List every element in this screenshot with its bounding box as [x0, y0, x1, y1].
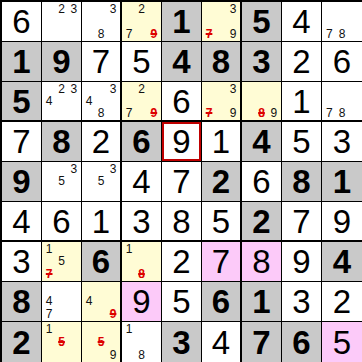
- cell-r7c7[interactable]: 8: [242, 242, 282, 282]
- cell-r3c2[interactable]: 234: [42, 82, 82, 122]
- sudoku-board: 6233827913795478197548326523434827963798…: [0, 0, 362, 362]
- cell-r2c7[interactable]: 3: [242, 42, 282, 82]
- cell-r5c6[interactable]: 2: [202, 162, 242, 202]
- candidate-grid: 18: [122, 322, 161, 362]
- solved-digit-7: 7: [92, 45, 110, 78]
- candidate-grid: 38: [82, 2, 120, 41]
- cell-r5c8[interactable]: 8: [282, 162, 322, 202]
- cell-r3c5[interactable]: 6: [162, 82, 202, 122]
- candidate-grid: 234: [42, 82, 81, 120]
- cell-r5c9[interactable]: 1: [322, 162, 362, 202]
- struck-candidate-9: 9: [148, 107, 160, 119]
- given-digit-2: 2: [252, 205, 270, 238]
- solved-digit-4: 4: [212, 326, 230, 359]
- candidate-3: 3: [227, 3, 239, 15]
- solved-digit-9: 9: [172, 125, 190, 158]
- candidate-9: 9: [227, 28, 239, 40]
- solved-digit-3: 3: [333, 125, 351, 158]
- solved-digit-6: 6: [252, 165, 270, 198]
- solved-digit-9: 9: [292, 245, 310, 278]
- cell-r5c4[interactable]: 4: [122, 162, 162, 202]
- candidate-3: 3: [68, 163, 80, 175]
- candidate-grid: 78: [322, 82, 362, 120]
- cell-r6c6[interactable]: 5: [202, 202, 242, 242]
- candidate-3: 3: [68, 83, 80, 95]
- cell-r8c7[interactable]: 1: [242, 282, 282, 322]
- candidate-1: 1: [123, 323, 135, 336]
- candidate-grid: 35: [82, 162, 120, 201]
- candidate-grid: 157: [42, 242, 81, 281]
- struck-candidate-8: 8: [255, 107, 267, 119]
- cell-r6c2[interactable]: 6: [42, 202, 82, 242]
- candidate-grid: 379: [202, 2, 240, 41]
- cell-r4c9[interactable]: 3: [322, 122, 362, 162]
- solved-digit-4: 4: [292, 5, 310, 38]
- cell-r8c3[interactable]: 49: [82, 282, 122, 322]
- cell-r2c8[interactable]: 2: [282, 42, 322, 82]
- given-digit-4: 4: [333, 245, 351, 278]
- cell-r6c7[interactable]: 2: [242, 202, 282, 242]
- candidate-grid: 379: [202, 82, 240, 120]
- candidate-3: 3: [107, 163, 119, 175]
- solved-digit-6: 6: [172, 85, 190, 118]
- cell-r3c4[interactable]: 279: [122, 82, 162, 122]
- solved-digit-3: 3: [132, 205, 150, 238]
- candidate-5: 5: [55, 175, 67, 187]
- candidate-9: 9: [227, 107, 239, 119]
- given-digit-8: 8: [52, 125, 70, 158]
- given-digit-8: 8: [12, 285, 30, 318]
- cell-r4c6[interactable]: 1: [202, 122, 242, 162]
- cell-r8c1[interactable]: 8: [2, 282, 42, 322]
- candidate-8: 8: [95, 28, 107, 40]
- solved-digit-2: 2: [172, 245, 190, 278]
- cell-r4c1[interactable]: 7: [2, 122, 42, 162]
- candidate-grid: 47: [42, 282, 81, 321]
- cell-r9c9[interactable]: 5: [322, 322, 362, 362]
- candidate-5: 5: [55, 255, 67, 267]
- given-digit-2: 2: [212, 165, 230, 198]
- cell-r5c2[interactable]: 35: [42, 162, 82, 202]
- struck-candidate-8: 8: [135, 268, 147, 280]
- given-digit-6: 6: [132, 125, 150, 158]
- cell-r1c9[interactable]: 78: [322, 2, 362, 42]
- struck-candidate-7: 7: [203, 107, 215, 119]
- struck-candidate-9: 9: [107, 308, 119, 320]
- candidate-7: 7: [43, 308, 55, 320]
- solved-digit-7: 7: [172, 165, 190, 198]
- solved-digit-5: 5: [132, 45, 150, 78]
- candidate-grid: 15: [42, 322, 81, 362]
- given-digit-1: 1: [333, 165, 351, 198]
- candidate-grid: 35: [42, 162, 81, 201]
- candidate-7: 7: [323, 28, 336, 40]
- solved-digit-7: 7: [12, 125, 30, 158]
- solved-digit-5: 5: [333, 326, 351, 359]
- struck-candidate-5: 5: [95, 336, 107, 349]
- given-digit-5: 5: [12, 85, 30, 118]
- candidate-2: 2: [55, 83, 67, 95]
- solved-digit-6: 6: [52, 205, 70, 238]
- given-digit-8: 8: [212, 45, 230, 78]
- candidate-grid: 59: [82, 322, 120, 362]
- cell-r4c8[interactable]: 5: [282, 122, 322, 162]
- cell-r6c8[interactable]: 7: [282, 202, 322, 242]
- candidate-9: 9: [268, 107, 280, 119]
- cell-r3c7[interactable]: 89: [242, 82, 282, 122]
- cell-r2c9[interactable]: 6: [322, 42, 362, 82]
- candidate-2: 2: [135, 3, 147, 15]
- candidate-3: 3: [227, 83, 239, 95]
- cell-r2c3[interactable]: 7: [82, 42, 122, 82]
- solved-digit-2: 2: [333, 285, 351, 318]
- cell-r2c2[interactable]: 9: [42, 42, 82, 82]
- solved-digit-9: 9: [132, 285, 150, 318]
- solved-digit-5: 5: [172, 285, 190, 318]
- cell-r1c6[interactable]: 379: [202, 2, 242, 42]
- solved-digit-8: 8: [252, 245, 270, 278]
- cell-r5c3[interactable]: 35: [82, 162, 122, 202]
- candidate-4: 4: [43, 295, 55, 307]
- given-digit-3: 3: [172, 326, 190, 359]
- cell-r6c9[interactable]: 9: [322, 202, 362, 242]
- candidate-3: 3: [107, 3, 119, 15]
- cell-r3c3[interactable]: 348: [82, 82, 122, 122]
- struck-candidate-7: 7: [43, 268, 55, 280]
- candidate-8: 8: [336, 107, 349, 119]
- solved-digit-8: 8: [172, 205, 190, 238]
- candidate-grid: 348: [82, 82, 120, 120]
- candidate-7: 7: [323, 107, 336, 119]
- candidate-grid: 78: [322, 2, 362, 41]
- given-digit-4: 4: [172, 45, 190, 78]
- solved-digit-3: 3: [292, 285, 310, 318]
- cell-r8c4[interactable]: 9: [122, 282, 162, 322]
- solved-digit-4: 4: [132, 165, 150, 198]
- cell-r1c8[interactable]: 4: [282, 2, 322, 42]
- candidate-8: 8: [135, 348, 147, 361]
- given-digit-9: 9: [12, 165, 30, 198]
- cell-r1c1[interactable]: 6: [2, 2, 42, 42]
- solved-digit-5: 5: [292, 125, 310, 158]
- cell-r6c5[interactable]: 8: [162, 202, 202, 242]
- struck-candidate-5: 5: [55, 336, 67, 349]
- candidate-7: 7: [123, 107, 135, 119]
- cell-r5c1[interactable]: 9: [2, 162, 42, 202]
- cell-r2c4[interactable]: 5: [122, 42, 162, 82]
- candidate-1: 1: [123, 243, 135, 255]
- cell-r8c9[interactable]: 2: [322, 282, 362, 322]
- candidate-8: 8: [95, 107, 107, 119]
- solved-digit-2: 2: [292, 45, 310, 78]
- given-digit-1: 1: [12, 45, 30, 78]
- cell-r4c7[interactable]: 4: [242, 122, 282, 162]
- candidate-5: 5: [95, 175, 107, 187]
- solved-digit-2: 2: [92, 125, 110, 158]
- struck-candidate-7: 7: [203, 28, 215, 40]
- cell-r7c3[interactable]: 6: [82, 242, 122, 282]
- cell-r3c6[interactable]: 379: [202, 82, 242, 122]
- cell-r8c8[interactable]: 3: [282, 282, 322, 322]
- cell-r7c2[interactable]: 157: [42, 242, 82, 282]
- candidate-grid: 89: [242, 82, 281, 120]
- candidate-4: 4: [83, 295, 95, 307]
- solved-digit-1: 1: [292, 85, 310, 118]
- cell-r4c4[interactable]: 6: [122, 122, 162, 162]
- solved-digit-9: 9: [333, 205, 351, 238]
- cell-r4c2[interactable]: 8: [42, 122, 82, 162]
- cell-r7c1[interactable]: 3: [2, 242, 42, 282]
- given-digit-6: 6: [92, 245, 110, 278]
- cell-r7c5[interactable]: 2: [162, 242, 202, 282]
- cell-r7c9[interactable]: 4: [322, 242, 362, 282]
- cell-r9c6[interactable]: 4: [202, 322, 242, 362]
- cell-r9c4[interactable]: 18: [122, 322, 162, 362]
- cell-r3c1[interactable]: 5: [2, 82, 42, 122]
- candidate-grid: 279: [122, 2, 161, 41]
- cell-r7c4[interactable]: 18: [122, 242, 162, 282]
- given-digit-6: 6: [212, 285, 230, 318]
- solved-digit-7: 7: [212, 245, 230, 278]
- cell-r8c6[interactable]: 6: [202, 282, 242, 322]
- cell-r6c3[interactable]: 1: [82, 202, 122, 242]
- cell-r9c2[interactable]: 15: [42, 322, 82, 362]
- solved-digit-6: 6: [12, 5, 30, 38]
- candidate-2: 2: [55, 3, 67, 15]
- solved-digit-3: 3: [12, 245, 30, 278]
- candidate-grid: 18: [122, 242, 161, 281]
- cell-r9c7[interactable]: 7: [242, 322, 282, 362]
- given-digit-6: 6: [292, 326, 310, 359]
- cell-r5c7[interactable]: 6: [242, 162, 282, 202]
- candidate-2: 2: [135, 83, 147, 95]
- given-digit-5: 5: [252, 5, 270, 38]
- given-digit-1: 1: [252, 285, 270, 318]
- cell-r6c4[interactable]: 3: [122, 202, 162, 242]
- candidate-1: 1: [43, 243, 55, 255]
- cell-r8c2[interactable]: 47: [42, 282, 82, 322]
- given-digit-8: 8: [292, 165, 310, 198]
- cell-r8c5[interactable]: 5: [162, 282, 202, 322]
- cell-r7c6[interactable]: 7: [202, 242, 242, 282]
- solved-digit-1: 1: [92, 205, 110, 238]
- cell-r1c3[interactable]: 38: [82, 2, 122, 42]
- cell-r9c5[interactable]: 3: [162, 322, 202, 362]
- cell-r1c4[interactable]: 279: [122, 2, 162, 42]
- cell-r4c3[interactable]: 2: [82, 122, 122, 162]
- cell-r7c8[interactable]: 9: [282, 242, 322, 282]
- given-digit-1: 1: [172, 5, 190, 38]
- given-digit-9: 9: [52, 45, 70, 78]
- candidate-grid: 49: [82, 282, 120, 321]
- solved-digit-5: 5: [212, 205, 230, 238]
- given-digit-7: 7: [252, 326, 270, 359]
- candidate-8: 8: [336, 28, 349, 40]
- candidate-7: 7: [123, 28, 135, 40]
- candidate-3: 3: [107, 83, 119, 95]
- cell-r9c8[interactable]: 6: [282, 322, 322, 362]
- candidate-9: 9: [107, 348, 119, 361]
- solved-digit-6: 6: [333, 45, 351, 78]
- cell-r3c9[interactable]: 78: [322, 82, 362, 122]
- solved-digit-4: 4: [12, 205, 30, 238]
- cell-r2c1[interactable]: 1: [2, 42, 42, 82]
- cell-r9c3[interactable]: 59: [82, 322, 122, 362]
- cell-r9c1[interactable]: 2: [2, 322, 42, 362]
- candidate-grid: 23: [42, 2, 81, 41]
- cell-r3c8[interactable]: 1: [282, 82, 322, 122]
- solved-digit-1: 1: [212, 125, 230, 158]
- struck-candidate-9: 9: [148, 28, 160, 40]
- cell-r1c5[interactable]: 1: [162, 2, 202, 42]
- given-digit-4: 4: [252, 125, 270, 158]
- given-digit-2: 2: [12, 326, 30, 359]
- candidate-3: 3: [68, 3, 80, 15]
- cell-r6c1[interactable]: 4: [2, 202, 42, 242]
- cell-r2c5[interactable]: 4: [162, 42, 202, 82]
- solved-digit-7: 7: [292, 205, 310, 238]
- cell-r2c6[interactable]: 8: [202, 42, 242, 82]
- given-digit-3: 3: [252, 45, 270, 78]
- cell-r4c5[interactable]: 9: [162, 122, 202, 162]
- candidate-4: 4: [43, 95, 55, 107]
- cell-r1c2[interactable]: 23: [42, 2, 82, 42]
- cell-r1c7[interactable]: 5: [242, 2, 282, 42]
- candidate-1: 1: [43, 323, 55, 336]
- candidate-4: 4: [83, 95, 95, 107]
- candidate-grid: 279: [122, 82, 161, 120]
- cell-r5c5[interactable]: 7: [162, 162, 202, 202]
